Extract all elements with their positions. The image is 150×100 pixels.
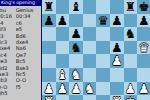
square-c8[interactable]: ♝ — [69, 0, 83, 14]
square-h4[interactable] — [137, 54, 150, 68]
square-e2[interactable] — [96, 82, 110, 96]
square-f5[interactable]: ♟ — [110, 41, 124, 55]
piece-black-pawn[interactable]: ♟ — [70, 27, 81, 41]
move-list-panel: King's opening You Genius 00:16 00:34 e4… — [0, 0, 41, 100]
piece-black-pawn[interactable]: ♟ — [138, 14, 149, 28]
square-f7[interactable]: ♟ — [110, 14, 124, 28]
chess-board: ♜♝♜♚♟♟♛♟♟♟♞♞♟♛♟♝♞♟♟♟♞♟♟♜♜♚ — [41, 0, 150, 100]
square-f6[interactable] — [110, 27, 124, 41]
piece-black-knight[interactable]: ♞ — [125, 27, 136, 41]
square-e1[interactable] — [96, 95, 110, 100]
piece-white-king[interactable]: ♚ — [125, 95, 136, 100]
square-b5[interactable] — [56, 41, 70, 55]
square-c1[interactable] — [69, 95, 83, 100]
square-h1[interactable] — [137, 95, 150, 100]
piece-black-bishop[interactable]: ♝ — [70, 0, 81, 14]
move-row[interactable]: Qh5 — [0, 90, 41, 96]
piece-white-pawn[interactable]: ♟ — [70, 82, 81, 96]
square-d1[interactable] — [83, 95, 97, 100]
square-h3[interactable] — [137, 68, 150, 82]
square-e3[interactable] — [96, 68, 110, 82]
square-a4[interactable] — [42, 54, 56, 68]
square-c3[interactable]: ♞ — [69, 68, 83, 82]
square-c6[interactable]: ♟ — [69, 27, 83, 41]
square-b3[interactable]: ♝ — [56, 68, 70, 82]
square-f4[interactable]: ♟ — [110, 54, 124, 68]
piece-black-king[interactable]: ♚ — [138, 0, 149, 14]
square-a6[interactable] — [42, 27, 56, 41]
square-d7[interactable] — [83, 14, 97, 28]
square-g2[interactable]: ♟ — [124, 82, 138, 96]
square-b4[interactable] — [56, 54, 70, 68]
square-a2[interactable]: ♟ — [42, 82, 56, 96]
piece-black-queen[interactable]: ♛ — [98, 14, 109, 28]
square-g5[interactable] — [124, 41, 138, 55]
square-e5[interactable] — [96, 41, 110, 55]
square-h5[interactable]: ♛ — [137, 41, 150, 55]
piece-black-pawn[interactable]: ♟ — [43, 14, 54, 28]
square-h2[interactable]: ♟ — [137, 82, 150, 96]
piece-white-queen[interactable]: ♛ — [138, 41, 149, 55]
square-b7[interactable]: ♟ — [56, 14, 70, 28]
piece-black-pawn[interactable]: ♟ — [111, 41, 122, 55]
square-b2[interactable]: ♟ — [56, 82, 70, 96]
piece-black-rook[interactable]: ♜ — [125, 0, 136, 14]
window-title: King's opening — [1, 0, 35, 5]
piece-white-pawn[interactable]: ♟ — [43, 82, 54, 96]
piece-white-rook[interactable]: ♜ — [111, 95, 122, 100]
square-c2[interactable]: ♟ — [69, 82, 83, 96]
piece-white-rook[interactable]: ♜ — [43, 95, 54, 100]
square-b8[interactable] — [56, 0, 70, 14]
square-g4[interactable] — [124, 54, 138, 68]
square-b6[interactable] — [56, 27, 70, 41]
square-f2[interactable] — [110, 82, 124, 96]
piece-white-bishop[interactable]: ♝ — [57, 68, 68, 82]
square-d2[interactable]: ♞ — [83, 82, 97, 96]
square-h6[interactable] — [137, 27, 150, 41]
square-h8[interactable]: ♚ — [137, 0, 150, 14]
square-d5[interactable] — [83, 41, 97, 55]
square-g8[interactable]: ♜ — [124, 0, 138, 14]
square-e6[interactable] — [96, 27, 110, 41]
square-f3[interactable] — [110, 68, 124, 82]
square-g7[interactable] — [124, 14, 138, 28]
white-move: Qh5 — [0, 90, 12, 96]
square-f8[interactable] — [110, 0, 124, 14]
square-b1[interactable] — [56, 95, 70, 100]
piece-black-knight[interactable]: ♞ — [70, 41, 81, 55]
piece-white-knight[interactable]: ♞ — [70, 68, 81, 82]
square-d6[interactable] — [83, 27, 97, 41]
square-a1[interactable]: ♜ — [42, 95, 56, 100]
square-d8[interactable] — [83, 0, 97, 14]
piece-white-pawn[interactable]: ♟ — [125, 82, 136, 96]
square-f1[interactable]: ♜ — [110, 95, 124, 100]
square-a7[interactable]: ♟ — [42, 14, 56, 28]
piece-white-pawn[interactable]: ♟ — [111, 54, 122, 68]
square-a3[interactable] — [42, 68, 56, 82]
square-e8[interactable] — [96, 0, 110, 14]
square-d3[interactable] — [83, 68, 97, 82]
square-h7[interactable]: ♟ — [137, 14, 150, 28]
piece-black-pawn[interactable]: ♟ — [57, 14, 68, 28]
square-g1[interactable]: ♚ — [124, 95, 138, 100]
square-a8[interactable]: ♜ — [42, 0, 56, 14]
square-e7[interactable]: ♛ — [96, 14, 110, 28]
square-d4[interactable] — [83, 54, 97, 68]
black-move — [16, 90, 41, 96]
square-c4[interactable] — [69, 54, 83, 68]
piece-white-knight[interactable]: ♞ — [84, 82, 95, 96]
piece-white-pawn[interactable]: ♟ — [57, 82, 68, 96]
square-g6[interactable]: ♞ — [124, 27, 138, 41]
square-e4[interactable] — [96, 54, 110, 68]
window-title-bar[interactable]: King's opening — [0, 0, 42, 6]
piece-white-pawn[interactable]: ♟ — [138, 82, 149, 96]
move-list[interactable]: e4c6Nf3e5d3Bd6Nc3dxe4Nxe4Na6Bc4Qe7Be3Bc5… — [0, 20, 41, 97]
piece-black-pawn[interactable]: ♟ — [111, 14, 122, 28]
square-g3[interactable] — [124, 68, 138, 82]
square-a5[interactable] — [42, 41, 56, 55]
square-c7[interactable] — [69, 14, 83, 28]
square-c5[interactable]: ♞ — [69, 41, 83, 55]
piece-black-rook[interactable]: ♜ — [43, 0, 54, 14]
chess-app-window: King's opening You Genius 00:16 00:34 e4… — [0, 0, 150, 100]
